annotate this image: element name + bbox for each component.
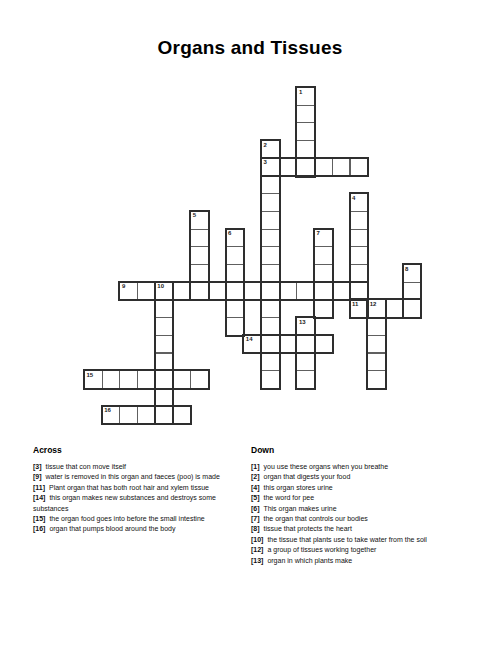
across-clue-text: water is removed in this organ and faece… bbox=[44, 473, 220, 480]
grid-cell-r16c0[interactable]: 15 bbox=[84, 370, 103, 389]
across-clue-list: [3] tissue that con move itself[9] water… bbox=[33, 462, 249, 535]
grid-cell-r18c1[interactable]: 16 bbox=[102, 406, 121, 425]
down-clue-text: organ that digests your food bbox=[262, 473, 351, 480]
down-clue-number-label: [4] bbox=[251, 484, 260, 491]
grid-cell-r16c5[interactable] bbox=[173, 370, 192, 389]
grid-cell-r9c15[interactable] bbox=[350, 246, 369, 265]
grid-cell-r11c9[interactable] bbox=[243, 282, 262, 301]
grid-cell-r16c6[interactable] bbox=[190, 370, 209, 389]
across-clue-number-label: [16] bbox=[33, 525, 45, 532]
clue-number-8: 8 bbox=[405, 266, 408, 272]
grid-cell-r14c10[interactable] bbox=[261, 335, 280, 354]
grid-cell-r13c10[interactable] bbox=[261, 317, 280, 336]
grid-cell-r9c10[interactable] bbox=[261, 246, 280, 265]
across-clue-15: [15] the organ food goes into before the… bbox=[33, 514, 249, 524]
grid-cell-r11c6[interactable] bbox=[190, 282, 209, 301]
grid-cell-r3c10[interactable]: 2 bbox=[261, 140, 280, 159]
clue-number-12: 12 bbox=[370, 301, 377, 307]
grid-cell-r12c13[interactable] bbox=[314, 299, 333, 318]
grid-cell-r4c12[interactable] bbox=[296, 158, 315, 177]
down-clue-number-label: [7] bbox=[251, 515, 260, 522]
grid-cell-r11c13[interactable] bbox=[314, 282, 333, 301]
grid-cell-r13c12[interactable]: 13 bbox=[296, 317, 315, 336]
clue-number-3: 3 bbox=[264, 159, 267, 165]
down-clue-text: organ in which plants make bbox=[265, 557, 352, 564]
grid-cell-r11c12[interactable] bbox=[296, 282, 315, 301]
down-clue-text: you use these organs when you breathe bbox=[262, 463, 388, 470]
down-clue-number-label: [10] bbox=[251, 536, 263, 543]
grid-cell-r10c18[interactable]: 8 bbox=[403, 264, 422, 283]
grid-cell-r16c12[interactable] bbox=[296, 370, 315, 389]
grid-cell-r15c10[interactable] bbox=[261, 353, 280, 372]
clue-number-16: 16 bbox=[104, 407, 111, 413]
across-clue-text: organ that pumps blood around the body bbox=[47, 525, 175, 532]
grid-cell-r4c10[interactable]: 3 bbox=[261, 158, 280, 177]
grid-cell-r11c5[interactable] bbox=[173, 282, 192, 301]
across-clue-11: [11] Plant organ that has both root hair… bbox=[33, 483, 249, 493]
grid-cell-r12c17[interactable] bbox=[385, 299, 404, 318]
across-clue-number-label: [3] bbox=[33, 463, 42, 470]
down-clues-section: Down [1] you use these organs when you b… bbox=[251, 445, 481, 566]
grid-cell-r12c8[interactable] bbox=[226, 299, 245, 318]
grid-cell-r17c4[interactable] bbox=[155, 388, 174, 407]
grid-cell-r16c16[interactable] bbox=[367, 370, 386, 389]
grid-cell-r15c16[interactable] bbox=[367, 353, 386, 372]
grid-cell-r11c8[interactable] bbox=[226, 282, 245, 301]
grid-cell-r12c16[interactable]: 12 bbox=[367, 299, 386, 318]
clue-number-4: 4 bbox=[352, 195, 355, 201]
clue-number-11: 11 bbox=[352, 301, 358, 307]
grid-cell-r10c15[interactable] bbox=[350, 264, 369, 283]
across-clue-text: this organ makes new substances and dest… bbox=[33, 494, 216, 511]
across-clue-number-label: [11] bbox=[33, 484, 45, 491]
grid-cell-r9c13[interactable] bbox=[314, 246, 333, 265]
down-clue-2: [2] organ that digests your food bbox=[251, 472, 481, 482]
down-clue-text: tissue that protects the heart bbox=[262, 525, 352, 532]
grid-cell-r11c10[interactable] bbox=[261, 282, 280, 301]
grid-cell-r11c2[interactable]: 9 bbox=[119, 282, 138, 301]
grid-cell-r12c4[interactable] bbox=[155, 299, 174, 318]
clue-number-6: 6 bbox=[228, 230, 231, 236]
across-clue-14: [14] this organ makes new substances and… bbox=[33, 493, 249, 514]
grid-cell-r8c15[interactable] bbox=[350, 229, 369, 248]
clue-number-14: 14 bbox=[246, 336, 253, 342]
grid-cell-r16c10[interactable] bbox=[261, 370, 280, 389]
clue-number-10: 10 bbox=[157, 283, 164, 289]
grid-cell-r16c1[interactable] bbox=[102, 370, 121, 389]
across-clue-number-label: [15] bbox=[33, 515, 45, 522]
clue-number-13: 13 bbox=[299, 319, 306, 325]
grid-cell-r11c3[interactable] bbox=[137, 282, 156, 301]
grid-cell-r16c4[interactable] bbox=[155, 370, 174, 389]
grid-cell-r9c8[interactable] bbox=[226, 246, 245, 265]
down-clue-12: [12] a group of tissues working together bbox=[251, 545, 481, 555]
down-clue-6: [6] This organ makes urine bbox=[251, 504, 481, 514]
grid-cell-r14c13[interactable] bbox=[314, 335, 333, 354]
across-clue-text: Plant organ that has both root hair and … bbox=[47, 484, 209, 491]
across-clue-16: [16] organ that pumps blood around the b… bbox=[33, 524, 249, 534]
down-clue-13: [13] organ in which plants make bbox=[251, 556, 481, 566]
grid-cell-r15c12[interactable] bbox=[296, 353, 315, 372]
grid-cell-r6c15[interactable]: 4 bbox=[350, 193, 369, 212]
down-clue-list: [1] you use these organs when you breath… bbox=[251, 462, 481, 566]
down-clue-8: [8] tissue that protects the heart bbox=[251, 524, 481, 534]
grid-cell-r12c15[interactable]: 11 bbox=[350, 299, 369, 318]
grid-cell-r11c4[interactable]: 10 bbox=[155, 282, 174, 301]
grid-cell-r11c15[interactable] bbox=[350, 282, 369, 301]
grid-cell-r15c4[interactable] bbox=[155, 353, 174, 372]
grid-cell-r3c12[interactable] bbox=[296, 140, 315, 159]
down-clue-number-label: [1] bbox=[251, 463, 260, 470]
grid-cell-r8c13[interactable]: 7 bbox=[314, 229, 333, 248]
crossword-grid: 12345678910111213141516 bbox=[84, 87, 421, 424]
down-clue-5: [5] the word for pee bbox=[251, 493, 481, 503]
down-clue-text: the word for pee bbox=[262, 494, 315, 501]
across-clues-section: Across [3] tissue that con move itself[9… bbox=[33, 445, 249, 535]
grid-cell-r6c10[interactable] bbox=[261, 193, 280, 212]
clue-number-5: 5 bbox=[193, 212, 196, 218]
grid-cell-r2c12[interactable] bbox=[296, 122, 315, 141]
down-clue-number-label: [8] bbox=[251, 525, 260, 532]
grid-cell-r13c4[interactable] bbox=[155, 317, 174, 336]
grid-cell-r7c15[interactable] bbox=[350, 211, 369, 230]
grid-cell-r13c16[interactable] bbox=[367, 317, 386, 336]
grid-cell-r18c3[interactable] bbox=[137, 406, 156, 425]
clue-number-7: 7 bbox=[317, 230, 320, 236]
across-clue-3: [3] tissue that con move itself bbox=[33, 462, 249, 472]
grid-cell-r7c6[interactable]: 5 bbox=[190, 211, 209, 230]
down-clue-text: the tissue that plants use to take water… bbox=[265, 536, 426, 543]
down-header: Down bbox=[251, 445, 481, 455]
grid-cell-r11c18[interactable] bbox=[403, 282, 422, 301]
down-clue-number-label: [2] bbox=[251, 473, 260, 480]
across-clue-number-label: [14] bbox=[33, 494, 45, 501]
grid-cell-r9c6[interactable] bbox=[190, 246, 209, 265]
down-clue-number-label: [6] bbox=[251, 505, 260, 512]
across-header: Across bbox=[33, 445, 249, 455]
clue-number-9: 9 bbox=[122, 283, 125, 289]
down-clue-number-label: [5] bbox=[251, 494, 260, 501]
grid-cell-r10c8[interactable] bbox=[226, 264, 245, 283]
down-clue-text: this organ stores urine bbox=[262, 484, 333, 491]
grid-cell-r10c13[interactable] bbox=[314, 264, 333, 283]
grid-cell-r4c14[interactable] bbox=[332, 158, 351, 177]
grid-cell-r10c10[interactable] bbox=[261, 264, 280, 283]
down-clue-4: [4] this organ stores urine bbox=[251, 483, 481, 493]
across-clue-text: tissue that con move itself bbox=[44, 463, 126, 470]
grid-cell-r11c11[interactable] bbox=[279, 282, 298, 301]
grid-cell-r16c2[interactable] bbox=[119, 370, 138, 389]
grid-cell-r11c14[interactable] bbox=[332, 282, 351, 301]
grid-cell-r11c7[interactable] bbox=[208, 282, 227, 301]
grid-cell-r14c12[interactable] bbox=[296, 335, 315, 354]
grid-cell-r14c11[interactable] bbox=[279, 335, 298, 354]
grid-cell-r4c15[interactable] bbox=[350, 158, 369, 177]
grid-cell-r7c10[interactable] bbox=[261, 211, 280, 230]
across-clue-text: the organ food goes into before the smal… bbox=[47, 515, 204, 522]
grid-cell-r14c16[interactable] bbox=[367, 335, 386, 354]
down-clue-number-label: [12] bbox=[251, 546, 263, 553]
grid-cell-r13c8[interactable] bbox=[226, 317, 245, 336]
grid-cell-r0c12[interactable]: 1 bbox=[296, 87, 315, 106]
grid-cell-r10c6[interactable] bbox=[190, 264, 209, 283]
down-clue-number-label: [13] bbox=[251, 557, 263, 564]
grid-cell-r12c10[interactable] bbox=[261, 299, 280, 318]
down-clue-10: [10] the tissue that plants use to take … bbox=[251, 535, 481, 545]
grid-cell-r1c12[interactable] bbox=[296, 105, 315, 124]
across-clue-9: [9] water is removed in this organ and f… bbox=[33, 472, 249, 482]
grid-cell-r14c9[interactable]: 14 bbox=[243, 335, 262, 354]
down-clue-text: a group of tissues working together bbox=[265, 546, 376, 553]
grid-cell-r8c8[interactable]: 6 bbox=[226, 229, 245, 248]
puzzle-title: Organs and Tissues bbox=[0, 37, 500, 59]
across-clue-number-label: [9] bbox=[33, 473, 42, 480]
clue-number-2: 2 bbox=[264, 142, 267, 148]
grid-cell-r4c11[interactable] bbox=[279, 158, 298, 177]
down-clue-7: [7] the organ that controls our bodies bbox=[251, 514, 481, 524]
grid-cell-r18c4[interactable] bbox=[155, 406, 174, 425]
grid-cell-r16c3[interactable] bbox=[137, 370, 156, 389]
grid-cell-r12c18[interactable] bbox=[403, 299, 422, 318]
grid-cell-r5c10[interactable] bbox=[261, 176, 280, 195]
grid-cell-r18c2[interactable] bbox=[119, 406, 138, 425]
down-clue-1: [1] you use these organs when you breath… bbox=[251, 462, 481, 472]
grid-cell-r4c13[interactable] bbox=[314, 158, 333, 177]
grid-cell-r8c10[interactable] bbox=[261, 229, 280, 248]
down-clue-text: This organ makes urine bbox=[262, 505, 337, 512]
clue-number-1: 1 bbox=[299, 89, 302, 95]
grid-cell-r18c5[interactable] bbox=[173, 406, 192, 425]
grid-cell-r8c6[interactable] bbox=[190, 229, 209, 248]
down-clue-text: the organ that controls our bodies bbox=[262, 515, 368, 522]
grid-cell-r14c4[interactable] bbox=[155, 335, 174, 354]
clue-number-15: 15 bbox=[87, 372, 94, 378]
